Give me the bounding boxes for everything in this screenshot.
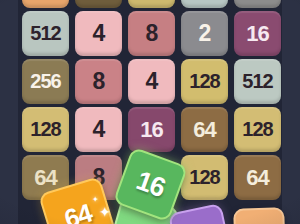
queued-tile-peach: [233, 207, 286, 224]
tile-r2c1-8: 8: [75, 59, 122, 104]
tile-r4c3-128: 128: [181, 155, 228, 200]
tile-r2c3-128: 128: [181, 59, 228, 104]
tile-r1c2-8: 8: [128, 11, 175, 56]
tile-r3c1-4: 4: [75, 107, 122, 152]
game-screen: 51248216256841285121284166412864812864 6…: [0, 0, 300, 224]
tile-r2c2-4: 4: [128, 59, 175, 104]
tile-r3c2-16: 16: [128, 107, 175, 152]
tile-r2c4-512: 512: [234, 59, 281, 104]
tile-r1c4-16: 16: [234, 11, 281, 56]
tile-r1c0-512: 512: [22, 11, 69, 56]
tile-r1c1-4: 4: [75, 11, 122, 56]
tile-r3c3-64: 64: [181, 107, 228, 152]
tile-r2c0-256: 256: [22, 59, 69, 104]
tile-r3c0-128: 128: [22, 107, 69, 152]
tile-r0c4-hidden: [234, 0, 281, 8]
tile-r0c1-hidden: [75, 0, 122, 8]
tile-r4c4-64: 64: [234, 155, 281, 200]
tile-r1c3-2: 2: [181, 11, 228, 56]
tile-r0c2-hidden: [128, 0, 175, 8]
tile-r3c4-128: 128: [234, 107, 281, 152]
tile-r0c0-hidden: [22, 0, 69, 8]
tile-r0c3-hidden: [181, 0, 228, 8]
